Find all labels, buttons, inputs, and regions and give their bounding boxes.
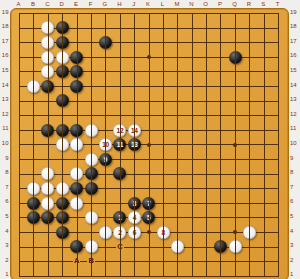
intersection-N2[interactable] <box>185 254 199 269</box>
intersection-M5[interactable] <box>170 210 184 225</box>
intersection-H16[interactable] <box>113 50 127 65</box>
intersection-S11[interactable] <box>257 123 271 138</box>
intersection-M18[interactable] <box>170 21 184 36</box>
intersection-J3[interactable] <box>127 240 141 255</box>
intersection-N10[interactable] <box>185 137 199 152</box>
intersection-R16[interactable] <box>242 50 256 65</box>
intersection-O9[interactable] <box>199 152 213 167</box>
intersection-R15[interactable] <box>242 64 256 79</box>
intersection-L16[interactable] <box>156 50 170 65</box>
intersection-F11[interactable] <box>84 123 98 138</box>
intersection-N8[interactable] <box>185 167 199 182</box>
intersection-A14[interactable] <box>12 79 26 94</box>
intersection-A16[interactable] <box>12 50 26 65</box>
intersection-D7[interactable] <box>55 181 69 196</box>
intersection-M16[interactable] <box>170 50 184 65</box>
intersection-E16[interactable] <box>70 50 84 65</box>
intersection-L6[interactable] <box>156 196 170 211</box>
intersection-R14[interactable] <box>242 79 256 94</box>
intersection-O7[interactable] <box>199 181 213 196</box>
intersection-E18[interactable] <box>70 21 84 36</box>
intersection-J12[interactable] <box>127 108 141 123</box>
intersection-T10[interactable] <box>271 137 285 152</box>
intersection-F19[interactable] <box>84 6 98 21</box>
intersection-R8[interactable] <box>242 167 256 182</box>
intersection-O1[interactable] <box>199 269 213 279</box>
intersection-R11[interactable] <box>242 123 256 138</box>
intersection-C11[interactable] <box>41 123 55 138</box>
intersection-P18[interactable] <box>213 21 227 36</box>
intersection-T17[interactable] <box>271 35 285 50</box>
intersection-G7[interactable] <box>98 181 112 196</box>
intersection-K9[interactable] <box>142 152 156 167</box>
intersection-S18[interactable] <box>257 21 271 36</box>
intersection-D10[interactable] <box>55 137 69 152</box>
intersection-H19[interactable] <box>113 6 127 21</box>
intersection-Q10[interactable] <box>228 137 242 152</box>
intersection-F17[interactable] <box>84 35 98 50</box>
intersection-K19[interactable] <box>142 6 156 21</box>
intersection-O18[interactable] <box>199 21 213 36</box>
intersection-P6[interactable] <box>213 196 227 211</box>
intersection-E7[interactable] <box>70 181 84 196</box>
intersection-H18[interactable] <box>113 21 127 36</box>
intersection-Q19[interactable] <box>228 6 242 21</box>
intersection-L2[interactable] <box>156 254 170 269</box>
intersection-B16[interactable] <box>26 50 40 65</box>
intersection-J8[interactable] <box>127 167 141 182</box>
intersection-B12[interactable] <box>26 108 40 123</box>
intersection-F12[interactable] <box>84 108 98 123</box>
intersection-N1[interactable] <box>185 269 199 279</box>
intersection-L12[interactable] <box>156 108 170 123</box>
intersection-L18[interactable] <box>156 21 170 36</box>
intersection-O4[interactable] <box>199 225 213 240</box>
intersection-O8[interactable] <box>199 167 213 182</box>
intersection-R19[interactable] <box>242 6 256 21</box>
intersection-C3[interactable] <box>41 240 55 255</box>
intersection-T5[interactable] <box>271 210 285 225</box>
intersection-Q16[interactable] <box>228 50 242 65</box>
intersection-D3[interactable] <box>55 240 69 255</box>
intersection-S8[interactable] <box>257 167 271 182</box>
intersection-G12[interactable] <box>98 108 112 123</box>
intersection-C17[interactable] <box>41 35 55 50</box>
intersection-F13[interactable] <box>84 94 98 109</box>
intersection-F14[interactable] <box>84 79 98 94</box>
intersection-D6[interactable] <box>55 196 69 211</box>
intersection-C18[interactable] <box>41 21 55 36</box>
intersection-B3[interactable] <box>26 240 40 255</box>
intersection-D16[interactable] <box>55 50 69 65</box>
intersection-F5[interactable] <box>84 210 98 225</box>
intersection-R2[interactable] <box>242 254 256 269</box>
intersection-M12[interactable] <box>170 108 184 123</box>
intersection-N16[interactable] <box>185 50 199 65</box>
intersection-H17[interactable] <box>113 35 127 50</box>
intersection-G19[interactable] <box>98 6 112 21</box>
intersection-M7[interactable] <box>170 181 184 196</box>
intersection-E12[interactable] <box>70 108 84 123</box>
intersection-B4[interactable] <box>26 225 40 240</box>
intersection-S6[interactable] <box>257 196 271 211</box>
intersection-A12[interactable] <box>12 108 26 123</box>
intersection-P11[interactable] <box>213 123 227 138</box>
intersection-M4[interactable] <box>170 225 184 240</box>
intersection-S16[interactable] <box>257 50 271 65</box>
intersection-K12[interactable] <box>142 108 156 123</box>
intersection-L13[interactable] <box>156 94 170 109</box>
intersection-K10[interactable] <box>142 137 156 152</box>
intersection-P12[interactable] <box>213 108 227 123</box>
intersection-J5[interactable]: 4 <box>127 210 141 225</box>
intersection-Q8[interactable] <box>228 167 242 182</box>
intersection-R3[interactable] <box>242 240 256 255</box>
intersection-N7[interactable] <box>185 181 199 196</box>
intersection-N6[interactable] <box>185 196 199 211</box>
intersection-A18[interactable] <box>12 21 26 36</box>
intersection-Q3[interactable] <box>228 240 242 255</box>
intersection-J18[interactable] <box>127 21 141 36</box>
intersection-A17[interactable] <box>12 35 26 50</box>
intersection-G10[interactable]: 10 <box>98 137 112 152</box>
intersection-Q5[interactable] <box>228 210 242 225</box>
intersection-H8[interactable] <box>113 167 127 182</box>
intersection-L11[interactable] <box>156 123 170 138</box>
intersection-D4[interactable] <box>55 225 69 240</box>
intersection-R1[interactable] <box>242 269 256 279</box>
intersection-K6[interactable]: 7 <box>142 196 156 211</box>
intersection-P16[interactable] <box>213 50 227 65</box>
intersection-D18[interactable] <box>55 21 69 36</box>
intersection-L9[interactable] <box>156 152 170 167</box>
intersection-L14[interactable] <box>156 79 170 94</box>
intersection-H7[interactable] <box>113 181 127 196</box>
intersection-A15[interactable] <box>12 64 26 79</box>
intersection-G3[interactable] <box>98 240 112 255</box>
intersection-K4[interactable] <box>142 225 156 240</box>
intersection-P3[interactable] <box>213 240 227 255</box>
intersection-B9[interactable] <box>26 152 40 167</box>
intersection-K17[interactable] <box>142 35 156 50</box>
intersection-J2[interactable] <box>127 254 141 269</box>
intersection-H1[interactable] <box>113 269 127 279</box>
intersection-J9[interactable] <box>127 152 141 167</box>
intersection-S3[interactable] <box>257 240 271 255</box>
intersection-M6[interactable] <box>170 196 184 211</box>
intersection-R18[interactable] <box>242 21 256 36</box>
intersection-J11[interactable]: 14 <box>127 123 141 138</box>
intersection-O12[interactable] <box>199 108 213 123</box>
intersection-L10[interactable] <box>156 137 170 152</box>
intersection-Q9[interactable] <box>228 152 242 167</box>
intersection-R6[interactable] <box>242 196 256 211</box>
intersection-Q17[interactable] <box>228 35 242 50</box>
intersection-C12[interactable] <box>41 108 55 123</box>
intersection-D8[interactable] <box>55 167 69 182</box>
intersection-A11[interactable] <box>12 123 26 138</box>
intersection-T8[interactable] <box>271 167 285 182</box>
intersection-B10[interactable] <box>26 137 40 152</box>
intersection-F3[interactable] <box>84 240 98 255</box>
intersection-K8[interactable] <box>142 167 156 182</box>
intersection-T19[interactable] <box>271 6 285 21</box>
intersection-J19[interactable] <box>127 6 141 21</box>
intersection-F7[interactable] <box>84 181 98 196</box>
intersection-E10[interactable] <box>70 137 84 152</box>
intersection-M9[interactable] <box>170 152 184 167</box>
intersection-K18[interactable] <box>142 21 156 36</box>
intersection-C19[interactable] <box>41 6 55 21</box>
intersection-M1[interactable] <box>170 269 184 279</box>
intersection-A10[interactable] <box>12 137 26 152</box>
intersection-M14[interactable] <box>170 79 184 94</box>
intersection-B2[interactable] <box>26 254 40 269</box>
intersection-J16[interactable] <box>127 50 141 65</box>
intersection-A4[interactable] <box>12 225 26 240</box>
intersection-O6[interactable] <box>199 196 213 211</box>
intersection-O16[interactable] <box>199 50 213 65</box>
intersection-S1[interactable] <box>257 269 271 279</box>
intersection-P14[interactable] <box>213 79 227 94</box>
intersection-M17[interactable] <box>170 35 184 50</box>
intersection-N12[interactable] <box>185 108 199 123</box>
intersection-C1[interactable] <box>41 269 55 279</box>
intersection-B11[interactable] <box>26 123 40 138</box>
intersection-O5[interactable] <box>199 210 213 225</box>
intersection-H2[interactable] <box>113 254 127 269</box>
intersection-D14[interactable] <box>55 79 69 94</box>
intersection-N19[interactable] <box>185 6 199 21</box>
intersection-R7[interactable] <box>242 181 256 196</box>
intersection-O13[interactable] <box>199 94 213 109</box>
intersection-A3[interactable] <box>12 240 26 255</box>
intersection-N4[interactable] <box>185 225 199 240</box>
intersection-A13[interactable] <box>12 94 26 109</box>
intersection-D1[interactable] <box>55 269 69 279</box>
intersection-T6[interactable] <box>271 196 285 211</box>
intersection-S15[interactable] <box>257 64 271 79</box>
intersection-P19[interactable] <box>213 6 227 21</box>
intersection-B5[interactable] <box>26 210 40 225</box>
intersection-Q4[interactable] <box>228 225 242 240</box>
intersection-M8[interactable] <box>170 167 184 182</box>
intersection-G17[interactable] <box>98 35 112 50</box>
intersection-E5[interactable] <box>70 210 84 225</box>
intersection-D2[interactable] <box>55 254 69 269</box>
intersection-D11[interactable] <box>55 123 69 138</box>
intersection-H3[interactable]: C <box>113 240 127 255</box>
intersection-T14[interactable] <box>271 79 285 94</box>
intersection-Q12[interactable] <box>228 108 242 123</box>
intersection-T11[interactable] <box>271 123 285 138</box>
intersection-Q1[interactable] <box>228 269 242 279</box>
intersection-B19[interactable] <box>26 6 40 21</box>
intersection-C16[interactable] <box>41 50 55 65</box>
intersection-G5[interactable] <box>98 210 112 225</box>
intersection-G6[interactable] <box>98 196 112 211</box>
intersection-T18[interactable] <box>271 21 285 36</box>
intersection-N11[interactable] <box>185 123 199 138</box>
intersection-O14[interactable] <box>199 79 213 94</box>
intersection-P15[interactable] <box>213 64 227 79</box>
intersection-Q2[interactable] <box>228 254 242 269</box>
intersection-H14[interactable] <box>113 79 127 94</box>
intersection-O17[interactable] <box>199 35 213 50</box>
intersection-A2[interactable] <box>12 254 26 269</box>
intersection-C14[interactable] <box>41 79 55 94</box>
intersection-O10[interactable] <box>199 137 213 152</box>
intersection-N18[interactable] <box>185 21 199 36</box>
intersection-Q11[interactable] <box>228 123 242 138</box>
intersection-D5[interactable] <box>55 210 69 225</box>
intersection-E8[interactable] <box>70 167 84 182</box>
intersection-O11[interactable] <box>199 123 213 138</box>
intersection-B14[interactable] <box>26 79 40 94</box>
intersection-E2[interactable]: A <box>70 254 84 269</box>
intersection-T12[interactable] <box>271 108 285 123</box>
intersection-N14[interactable] <box>185 79 199 94</box>
intersection-S2[interactable] <box>257 254 271 269</box>
intersection-M2[interactable] <box>170 254 184 269</box>
intersection-H15[interactable] <box>113 64 127 79</box>
intersection-B1[interactable] <box>26 269 40 279</box>
intersection-H9[interactable] <box>113 152 127 167</box>
intersection-E3[interactable] <box>70 240 84 255</box>
intersection-P2[interactable] <box>213 254 227 269</box>
intersection-O2[interactable] <box>199 254 213 269</box>
intersection-J17[interactable] <box>127 35 141 50</box>
go-board[interactable]: 1214101113937145268CAB <box>10 8 289 279</box>
intersection-P9[interactable] <box>213 152 227 167</box>
intersection-C2[interactable] <box>41 254 55 269</box>
intersection-K2[interactable] <box>142 254 156 269</box>
intersection-J4[interactable]: 6 <box>127 225 141 240</box>
intersection-Q6[interactable] <box>228 196 242 211</box>
intersection-D12[interactable] <box>55 108 69 123</box>
intersection-G13[interactable] <box>98 94 112 109</box>
intersection-M11[interactable] <box>170 123 184 138</box>
intersection-E1[interactable] <box>70 269 84 279</box>
intersection-S4[interactable] <box>257 225 271 240</box>
intersection-E17[interactable] <box>70 35 84 50</box>
intersection-E9[interactable] <box>70 152 84 167</box>
intersection-T16[interactable] <box>271 50 285 65</box>
intersection-D15[interactable] <box>55 64 69 79</box>
intersection-R10[interactable] <box>242 137 256 152</box>
intersection-E6[interactable] <box>70 196 84 211</box>
intersection-S5[interactable] <box>257 210 271 225</box>
intersection-C6[interactable] <box>41 196 55 211</box>
intersection-C15[interactable] <box>41 64 55 79</box>
intersection-M13[interactable] <box>170 94 184 109</box>
intersection-C8[interactable] <box>41 167 55 182</box>
intersection-G1[interactable] <box>98 269 112 279</box>
intersection-J15[interactable] <box>127 64 141 79</box>
intersection-H10[interactable]: 11 <box>113 137 127 152</box>
intersection-F2[interactable]: B <box>84 254 98 269</box>
intersection-L5[interactable] <box>156 210 170 225</box>
intersection-G11[interactable] <box>98 123 112 138</box>
intersection-B6[interactable] <box>26 196 40 211</box>
intersection-N15[interactable] <box>185 64 199 79</box>
intersection-R13[interactable] <box>242 94 256 109</box>
intersection-J10[interactable]: 13 <box>127 137 141 152</box>
intersection-C13[interactable] <box>41 94 55 109</box>
intersection-D17[interactable] <box>55 35 69 50</box>
intersection-O15[interactable] <box>199 64 213 79</box>
intersection-E4[interactable] <box>70 225 84 240</box>
intersection-F4[interactable] <box>84 225 98 240</box>
intersection-T7[interactable] <box>271 181 285 196</box>
intersection-P5[interactable] <box>213 210 227 225</box>
intersection-R5[interactable] <box>242 210 256 225</box>
intersection-H11[interactable]: 12 <box>113 123 127 138</box>
intersection-E15[interactable] <box>70 64 84 79</box>
intersection-P7[interactable] <box>213 181 227 196</box>
intersection-K3[interactable] <box>142 240 156 255</box>
intersection-E14[interactable] <box>70 79 84 94</box>
intersection-T15[interactable] <box>271 64 285 79</box>
intersection-E13[interactable] <box>70 94 84 109</box>
intersection-L1[interactable] <box>156 269 170 279</box>
intersection-G8[interactable] <box>98 167 112 182</box>
intersection-N13[interactable] <box>185 94 199 109</box>
intersection-B8[interactable] <box>26 167 40 182</box>
intersection-B7[interactable] <box>26 181 40 196</box>
intersection-F15[interactable] <box>84 64 98 79</box>
intersection-J7[interactable] <box>127 181 141 196</box>
intersection-J14[interactable] <box>127 79 141 94</box>
intersection-S17[interactable] <box>257 35 271 50</box>
intersection-M15[interactable] <box>170 64 184 79</box>
intersection-K5[interactable]: 5 <box>142 210 156 225</box>
intersection-B15[interactable] <box>26 64 40 79</box>
intersection-J1[interactable] <box>127 269 141 279</box>
intersection-A1[interactable] <box>12 269 26 279</box>
intersection-F10[interactable] <box>84 137 98 152</box>
intersection-T3[interactable] <box>271 240 285 255</box>
intersection-E11[interactable] <box>70 123 84 138</box>
intersection-G9[interactable]: 9 <box>98 152 112 167</box>
intersection-F16[interactable] <box>84 50 98 65</box>
intersection-N3[interactable] <box>185 240 199 255</box>
intersection-C5[interactable] <box>41 210 55 225</box>
intersection-A19[interactable] <box>12 6 26 21</box>
intersection-K11[interactable] <box>142 123 156 138</box>
intersection-K14[interactable] <box>142 79 156 94</box>
intersection-C10[interactable] <box>41 137 55 152</box>
intersection-B18[interactable] <box>26 21 40 36</box>
intersection-F9[interactable] <box>84 152 98 167</box>
intersection-T2[interactable] <box>271 254 285 269</box>
intersection-S19[interactable] <box>257 6 271 21</box>
intersection-N17[interactable] <box>185 35 199 50</box>
intersection-Q7[interactable] <box>228 181 242 196</box>
intersection-T13[interactable] <box>271 94 285 109</box>
intersection-Q18[interactable] <box>228 21 242 36</box>
intersection-D19[interactable] <box>55 6 69 21</box>
intersection-P10[interactable] <box>213 137 227 152</box>
intersection-S7[interactable] <box>257 181 271 196</box>
intersection-Q15[interactable] <box>228 64 242 79</box>
intersection-T9[interactable] <box>271 152 285 167</box>
intersection-S14[interactable] <box>257 79 271 94</box>
intersection-K15[interactable] <box>142 64 156 79</box>
intersection-A5[interactable] <box>12 210 26 225</box>
intersection-K13[interactable] <box>142 94 156 109</box>
intersection-T4[interactable] <box>271 225 285 240</box>
